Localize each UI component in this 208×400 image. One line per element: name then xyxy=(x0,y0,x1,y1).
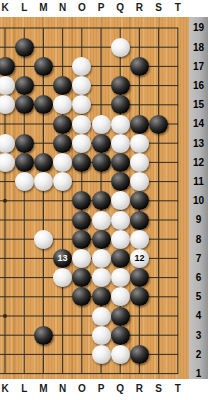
white-stone-P14[interactable] xyxy=(92,115,111,134)
white-stone-Q9[interactable] xyxy=(111,211,130,230)
row-label-7: 7 xyxy=(189,249,208,268)
black-stone-P5[interactable] xyxy=(92,287,111,306)
white-stone-K13[interactable] xyxy=(0,134,15,153)
column-label-O: O xyxy=(78,2,86,13)
white-stone-P7[interactable] xyxy=(92,249,111,268)
column-label-S: S xyxy=(155,383,162,394)
black-stone-Q7[interactable] xyxy=(111,249,130,268)
column-label-T: T xyxy=(175,383,181,394)
black-stone-N7[interactable]: 13 xyxy=(53,249,72,268)
black-stone-R2[interactable] xyxy=(130,345,149,364)
black-stone-O8[interactable] xyxy=(72,230,91,249)
column-label-S: S xyxy=(155,2,162,13)
black-stone-P8[interactable] xyxy=(92,230,111,249)
white-stone-P6[interactable] xyxy=(92,268,111,287)
white-stone-Q18[interactable] xyxy=(111,38,130,57)
white-stone-P9[interactable] xyxy=(92,211,111,230)
black-stone-Q11[interactable] xyxy=(111,172,130,191)
column-label-Q: Q xyxy=(116,383,124,394)
row-label-11: 11 xyxy=(189,172,208,191)
white-stone-R7[interactable]: 12 xyxy=(130,249,149,268)
white-stone-L11[interactable] xyxy=(15,172,34,191)
column-label-P: P xyxy=(98,2,105,13)
white-stone-Q10[interactable] xyxy=(111,191,130,210)
black-stone-S14[interactable] xyxy=(149,115,168,134)
move-number-label: 13 xyxy=(58,249,68,268)
white-stone-M8[interactable] xyxy=(34,230,53,249)
black-stone-O9[interactable] xyxy=(72,211,91,230)
white-stone-P3[interactable] xyxy=(92,326,111,345)
black-stone-M3[interactable] xyxy=(34,326,53,345)
white-stone-R8[interactable] xyxy=(130,230,149,249)
black-stone-R9[interactable] xyxy=(130,211,149,230)
row-label-10: 10 xyxy=(189,191,208,210)
move-number-label: 12 xyxy=(134,249,144,268)
column-label-O: O xyxy=(78,383,86,394)
white-stone-M11[interactable] xyxy=(34,172,53,191)
white-stone-Q14[interactable] xyxy=(111,115,130,134)
column-labels-top: KLMNOPQRST xyxy=(0,0,208,17)
column-label-R: R xyxy=(136,2,143,13)
white-stone-Q2[interactable] xyxy=(111,345,130,364)
black-stone-Q4[interactable] xyxy=(111,307,130,326)
row-label-13: 13 xyxy=(189,134,208,153)
black-stone-R6[interactable] xyxy=(130,268,149,287)
white-stone-Q13[interactable] xyxy=(111,134,130,153)
go-board-screen: KLMNOPQRST 1312 191817161514131211109876… xyxy=(0,0,208,400)
row-label-18: 18 xyxy=(189,38,208,57)
row-label-19: 19 xyxy=(189,18,208,37)
column-label-N: N xyxy=(59,2,66,13)
white-stone-P4[interactable] xyxy=(92,307,111,326)
white-stone-Q5[interactable] xyxy=(111,287,130,306)
row-label-6: 6 xyxy=(189,268,208,287)
black-stone-R17[interactable] xyxy=(130,57,149,76)
row-label-15: 15 xyxy=(189,95,208,114)
black-stone-Q16[interactable] xyxy=(111,76,130,95)
black-stone-K17[interactable] xyxy=(0,57,15,76)
black-stone-Q12[interactable] xyxy=(111,153,130,172)
column-label-M: M xyxy=(39,2,47,13)
white-stone-Q6[interactable] xyxy=(111,268,130,287)
white-stone-N12[interactable] xyxy=(53,153,72,172)
white-stone-R13[interactable] xyxy=(130,134,149,153)
go-board[interactable]: 1312 xyxy=(0,17,189,379)
column-label-P: P xyxy=(98,383,105,394)
black-stone-N14[interactable] xyxy=(53,115,72,134)
black-stone-M17[interactable] xyxy=(34,57,53,76)
white-stone-Q8[interactable] xyxy=(111,230,130,249)
row-labels-right: 19181716151413121110987654321 xyxy=(189,17,208,379)
white-stone-O14[interactable] xyxy=(72,115,91,134)
black-stone-Q3[interactable] xyxy=(111,326,130,345)
star-point-K4 xyxy=(3,314,7,318)
white-stone-K12[interactable] xyxy=(0,153,15,172)
column-label-T: T xyxy=(175,2,181,13)
row-label-12: 12 xyxy=(189,153,208,172)
column-label-N: N xyxy=(59,383,66,394)
black-stone-Q15[interactable] xyxy=(111,95,130,114)
white-stone-O13[interactable] xyxy=(72,134,91,153)
black-stone-R14[interactable] xyxy=(130,115,149,134)
column-label-R: R xyxy=(136,383,143,394)
row-label-17: 17 xyxy=(189,57,208,76)
black-stone-N13[interactable] xyxy=(53,134,72,153)
black-stone-L16[interactable] xyxy=(15,76,34,95)
white-stone-P2[interactable] xyxy=(92,345,111,364)
black-stone-P10[interactable] xyxy=(92,191,111,210)
black-stone-L18[interactable] xyxy=(15,38,34,57)
column-label-Q: Q xyxy=(116,2,124,13)
black-stone-L15[interactable] xyxy=(15,95,34,114)
row-label-14: 14 xyxy=(189,114,208,133)
row-label-9: 9 xyxy=(189,210,208,229)
row-label-5: 5 xyxy=(189,287,208,306)
white-stone-R11[interactable] xyxy=(130,172,149,191)
row-label-8: 8 xyxy=(189,230,208,249)
row-label-16: 16 xyxy=(189,76,208,95)
column-label-K: K xyxy=(1,2,8,13)
white-stone-R12[interactable] xyxy=(130,153,149,172)
row-label-2: 2 xyxy=(189,345,208,364)
black-stone-L12[interactable] xyxy=(15,153,34,172)
row-label-4: 4 xyxy=(189,306,208,325)
column-label-L: L xyxy=(21,2,27,13)
black-stone-L13[interactable] xyxy=(15,134,34,153)
column-label-L: L xyxy=(21,383,27,394)
black-stone-P12[interactable] xyxy=(92,153,111,172)
column-labels-bottom: KLMNOPQRST xyxy=(0,379,208,400)
black-stone-M12[interactable] xyxy=(34,153,53,172)
row-label-3: 3 xyxy=(189,326,208,345)
column-label-K: K xyxy=(1,383,8,394)
black-stone-P13[interactable] xyxy=(92,134,111,153)
star-point-K10 xyxy=(3,199,7,203)
column-label-M: M xyxy=(39,383,47,394)
